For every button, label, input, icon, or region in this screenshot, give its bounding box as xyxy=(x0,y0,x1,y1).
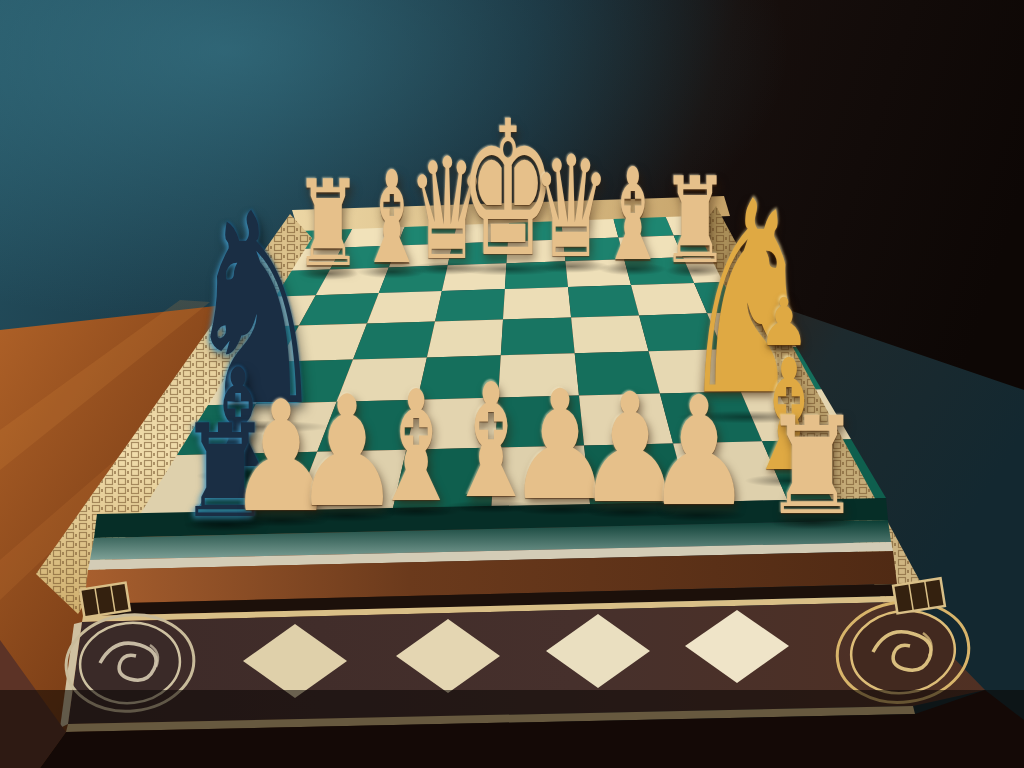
front-rook-right[interactable]: ♜ xyxy=(751,399,872,534)
pawn-glyph: ♟ xyxy=(646,377,752,528)
rook-glyph: ♜ xyxy=(762,399,861,534)
pieces-layer: ♞♝♜♜♝♛♚♛♝♜♞♟♝♜♟♟♝♝♟♟♟ xyxy=(0,0,1024,768)
pawn-5[interactable]: ♟ xyxy=(633,380,766,528)
chess-scene: ♞♝♜♜♝♛♚♛♝♜♞♟♝♜♟♟♝♝♟♟♟ xyxy=(0,0,1024,768)
